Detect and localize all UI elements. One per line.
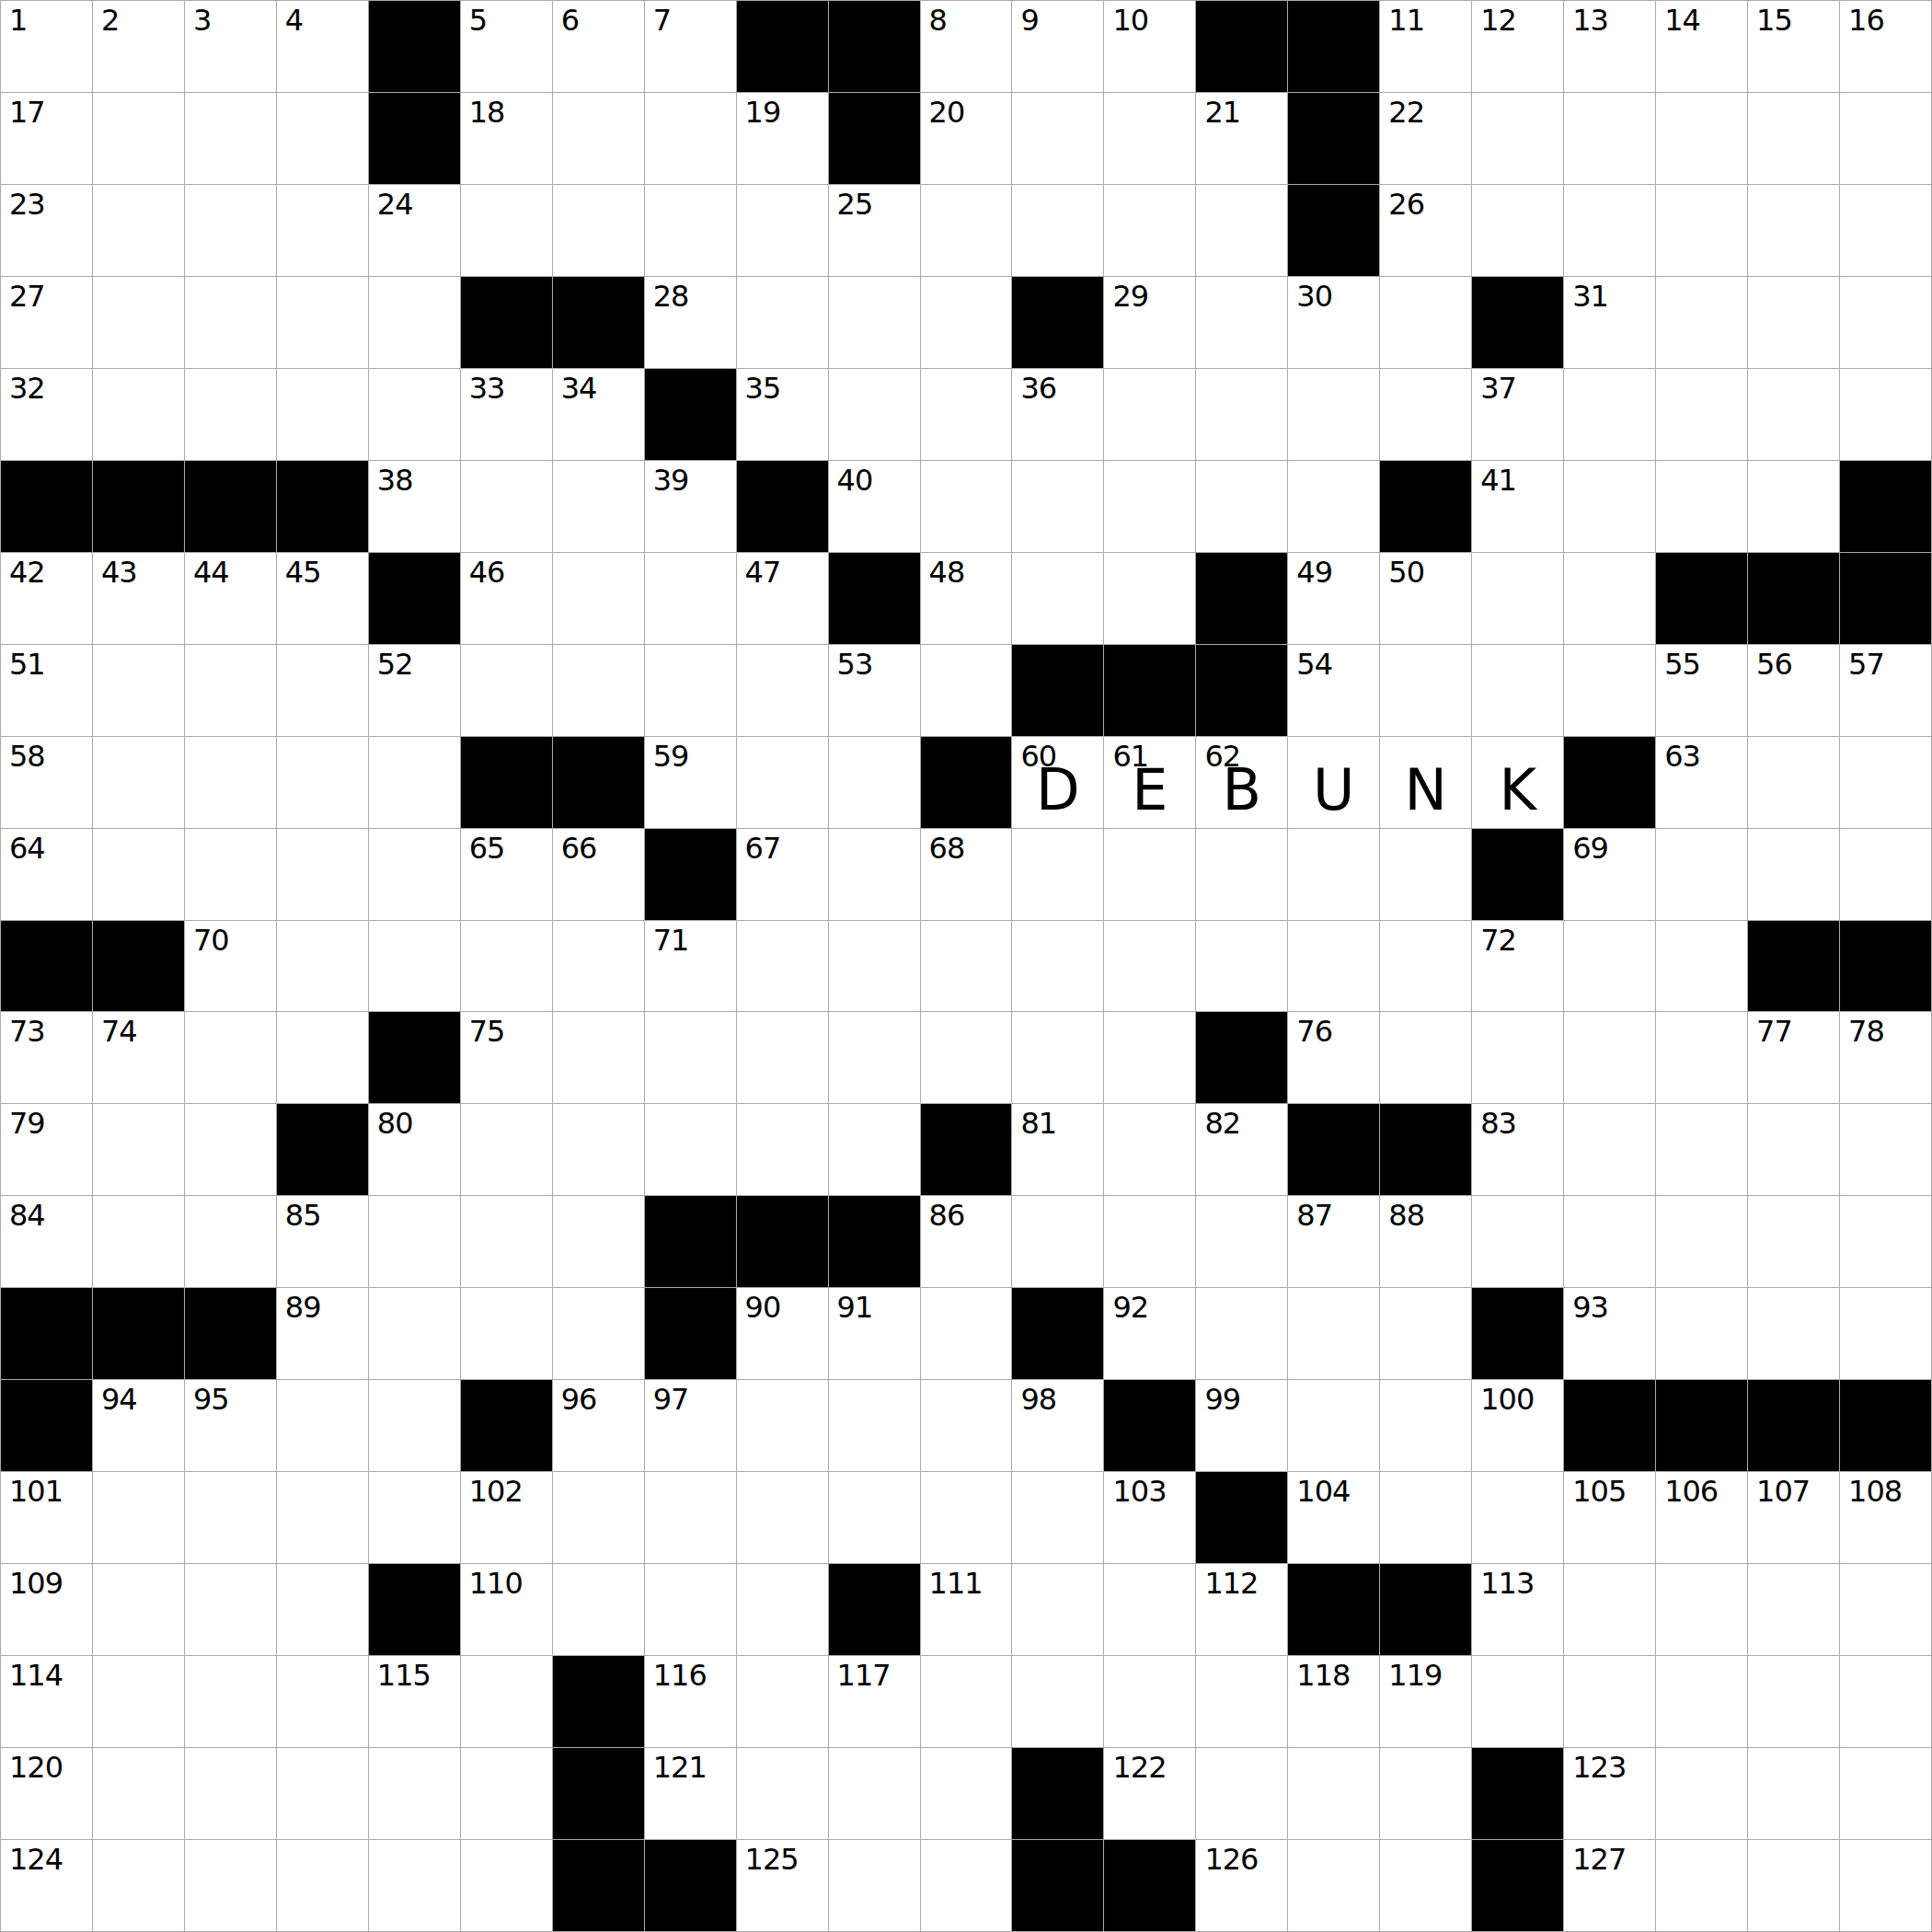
white-cell[interactable] <box>1104 829 1196 921</box>
white-cell[interactable]: 16 <box>1840 1 1932 93</box>
white-cell[interactable]: 118 <box>1288 1656 1380 1748</box>
white-cell[interactable] <box>553 1288 645 1380</box>
white-cell[interactable] <box>1748 1656 1840 1748</box>
white-cell[interactable] <box>1564 553 1656 645</box>
white-cell[interactable]: 13 <box>1564 1 1656 93</box>
white-cell[interactable]: 78 <box>1840 1012 1932 1104</box>
white-cell[interactable] <box>1196 829 1288 921</box>
white-cell[interactable] <box>553 1472 645 1564</box>
white-cell[interactable]: 66 <box>553 829 645 921</box>
white-cell[interactable] <box>1564 1196 1656 1288</box>
white-cell[interactable] <box>921 1748 1013 1840</box>
white-cell[interactable] <box>93 1656 185 1748</box>
white-cell[interactable] <box>1656 1656 1748 1748</box>
white-cell[interactable]: U <box>1288 737 1380 829</box>
white-cell[interactable] <box>921 645 1013 737</box>
white-cell[interactable]: N <box>1380 737 1472 829</box>
white-cell[interactable]: 82 <box>1196 1104 1288 1196</box>
white-cell[interactable]: 97 <box>645 1380 737 1472</box>
white-cell[interactable]: 41 <box>1472 461 1564 553</box>
white-cell[interactable] <box>921 1840 1013 1932</box>
white-cell[interactable]: 100 <box>1472 1380 1564 1472</box>
white-cell[interactable]: 55 <box>1656 645 1748 737</box>
white-cell[interactable]: 121 <box>645 1748 737 1840</box>
white-cell[interactable] <box>93 369 185 461</box>
white-cell[interactable]: 7 <box>645 1 737 93</box>
white-cell[interactable] <box>1380 1472 1472 1564</box>
white-cell[interactable]: 111 <box>921 1564 1013 1656</box>
white-cell[interactable]: 19 <box>737 93 829 185</box>
white-cell[interactable] <box>1380 645 1472 737</box>
white-cell[interactable]: 8 <box>921 1 1013 93</box>
white-cell[interactable] <box>645 553 737 645</box>
white-cell[interactable] <box>1380 1748 1472 1840</box>
white-cell[interactable] <box>185 1656 277 1748</box>
white-cell[interactable]: 104 <box>1288 1472 1380 1564</box>
white-cell[interactable]: 17 <box>1 93 93 185</box>
white-cell[interactable] <box>553 921 645 1013</box>
white-cell[interactable] <box>1380 369 1472 461</box>
white-cell[interactable] <box>185 93 277 185</box>
white-cell[interactable]: 39 <box>645 461 737 553</box>
white-cell[interactable] <box>737 1380 829 1472</box>
white-cell[interactable] <box>1840 277 1932 369</box>
white-cell[interactable] <box>553 1104 645 1196</box>
white-cell[interactable] <box>277 369 369 461</box>
white-cell[interactable] <box>1012 1656 1104 1748</box>
white-cell[interactable] <box>553 1564 645 1656</box>
white-cell[interactable] <box>1288 369 1380 461</box>
white-cell[interactable]: 10 <box>1104 1 1196 93</box>
white-cell[interactable] <box>277 645 369 737</box>
white-cell[interactable] <box>1656 93 1748 185</box>
white-cell[interactable] <box>277 1656 369 1748</box>
white-cell[interactable] <box>93 1472 185 1564</box>
white-cell[interactable]: 96 <box>553 1380 645 1472</box>
white-cell[interactable] <box>461 461 553 553</box>
white-cell[interactable] <box>921 369 1013 461</box>
white-cell[interactable]: 21 <box>1196 93 1288 185</box>
white-cell[interactable] <box>1656 369 1748 461</box>
white-cell[interactable] <box>921 921 1013 1013</box>
white-cell[interactable] <box>1748 1288 1840 1380</box>
white-cell[interactable] <box>829 1748 921 1840</box>
white-cell[interactable] <box>185 277 277 369</box>
white-cell[interactable]: 108 <box>1840 1472 1932 1564</box>
white-cell[interactable]: 112 <box>1196 1564 1288 1656</box>
white-cell[interactable]: 126 <box>1196 1840 1288 1932</box>
white-cell[interactable] <box>1656 1748 1748 1840</box>
white-cell[interactable]: 15 <box>1748 1 1840 93</box>
white-cell[interactable] <box>1012 1196 1104 1288</box>
white-cell[interactable] <box>277 1564 369 1656</box>
white-cell[interactable] <box>1380 921 1472 1013</box>
white-cell[interactable] <box>93 645 185 737</box>
white-cell[interactable] <box>1564 93 1656 185</box>
white-cell[interactable] <box>185 1472 277 1564</box>
white-cell[interactable] <box>645 1012 737 1104</box>
white-cell[interactable] <box>1288 1748 1380 1840</box>
white-cell[interactable]: 77 <box>1748 1012 1840 1104</box>
white-cell[interactable]: 94 <box>93 1380 185 1472</box>
white-cell[interactable]: 47 <box>737 553 829 645</box>
white-cell[interactable]: 98 <box>1012 1380 1104 1472</box>
white-cell[interactable] <box>461 1288 553 1380</box>
white-cell[interactable] <box>737 1656 829 1748</box>
white-cell[interactable] <box>1472 1656 1564 1748</box>
white-cell[interactable] <box>1104 921 1196 1013</box>
white-cell[interactable] <box>93 93 185 185</box>
white-cell[interactable] <box>1196 1288 1288 1380</box>
white-cell[interactable]: 57 <box>1840 645 1932 737</box>
white-cell[interactable]: 34 <box>553 369 645 461</box>
white-cell[interactable]: 20 <box>921 93 1013 185</box>
white-cell[interactable] <box>1656 1012 1748 1104</box>
white-cell[interactable]: 53 <box>829 645 921 737</box>
white-cell[interactable] <box>645 1564 737 1656</box>
white-cell[interactable] <box>829 1840 921 1932</box>
white-cell[interactable]: 95 <box>185 1380 277 1472</box>
white-cell[interactable] <box>829 369 921 461</box>
white-cell[interactable]: 73 <box>1 1012 93 1104</box>
white-cell[interactable] <box>1840 1656 1932 1748</box>
white-cell[interactable] <box>829 1012 921 1104</box>
white-cell[interactable] <box>1840 1564 1932 1656</box>
white-cell[interactable] <box>1840 1748 1932 1840</box>
white-cell[interactable] <box>185 1840 277 1932</box>
white-cell[interactable] <box>1656 1288 1748 1380</box>
white-cell[interactable] <box>1840 1196 1932 1288</box>
white-cell[interactable] <box>277 829 369 921</box>
white-cell[interactable]: 37 <box>1472 369 1564 461</box>
white-cell[interactable] <box>93 1104 185 1196</box>
white-cell[interactable]: 18 <box>461 93 553 185</box>
white-cell[interactable] <box>1748 1564 1840 1656</box>
white-cell[interactable]: 61E <box>1104 737 1196 829</box>
white-cell[interactable] <box>1196 277 1288 369</box>
white-cell[interactable]: 11 <box>1380 1 1472 93</box>
white-cell[interactable] <box>737 1564 829 1656</box>
white-cell[interactable] <box>1748 461 1840 553</box>
white-cell[interactable] <box>737 737 829 829</box>
white-cell[interactable]: 87 <box>1288 1196 1380 1288</box>
white-cell[interactable]: 12 <box>1472 1 1564 93</box>
white-cell[interactable]: 75 <box>461 1012 553 1104</box>
white-cell[interactable] <box>1472 185 1564 277</box>
white-cell[interactable] <box>921 277 1013 369</box>
white-cell[interactable] <box>553 553 645 645</box>
white-cell[interactable] <box>1012 1472 1104 1564</box>
white-cell[interactable] <box>1472 1012 1564 1104</box>
white-cell[interactable] <box>921 1380 1013 1472</box>
white-cell[interactable]: 48 <box>921 553 1013 645</box>
white-cell[interactable] <box>1196 185 1288 277</box>
white-cell[interactable]: 52 <box>369 645 461 737</box>
white-cell[interactable] <box>93 185 185 277</box>
white-cell[interactable] <box>829 1104 921 1196</box>
white-cell[interactable] <box>93 829 185 921</box>
white-cell[interactable]: 46 <box>461 553 553 645</box>
white-cell[interactable]: 35 <box>737 369 829 461</box>
white-cell[interactable] <box>461 1840 553 1932</box>
white-cell[interactable] <box>93 1564 185 1656</box>
white-cell[interactable]: 6 <box>553 1 645 93</box>
white-cell[interactable] <box>1288 921 1380 1013</box>
white-cell[interactable] <box>1748 369 1840 461</box>
white-cell[interactable] <box>1748 737 1840 829</box>
white-cell[interactable] <box>185 1196 277 1288</box>
white-cell[interactable] <box>737 1012 829 1104</box>
white-cell[interactable] <box>185 645 277 737</box>
white-cell[interactable] <box>461 921 553 1013</box>
white-cell[interactable]: 68 <box>921 829 1013 921</box>
white-cell[interactable] <box>185 1012 277 1104</box>
white-cell[interactable] <box>1012 1564 1104 1656</box>
white-cell[interactable]: 115 <box>369 1656 461 1748</box>
white-cell[interactable]: 76 <box>1288 1012 1380 1104</box>
white-cell[interactable] <box>369 369 461 461</box>
white-cell[interactable] <box>1288 461 1380 553</box>
white-cell[interactable]: 64 <box>1 829 93 921</box>
white-cell[interactable]: 67 <box>737 829 829 921</box>
white-cell[interactable] <box>921 461 1013 553</box>
white-cell[interactable]: 106 <box>1656 1472 1748 1564</box>
white-cell[interactable]: 93 <box>1564 1288 1656 1380</box>
white-cell[interactable]: 123 <box>1564 1748 1656 1840</box>
white-cell[interactable]: 74 <box>93 1012 185 1104</box>
white-cell[interactable] <box>1656 1104 1748 1196</box>
white-cell[interactable]: 79 <box>1 1104 93 1196</box>
white-cell[interactable] <box>277 93 369 185</box>
white-cell[interactable] <box>1012 1012 1104 1104</box>
white-cell[interactable]: 33 <box>461 369 553 461</box>
white-cell[interactable]: 109 <box>1 1564 93 1656</box>
white-cell[interactable] <box>1656 829 1748 921</box>
white-cell[interactable] <box>1196 461 1288 553</box>
white-cell[interactable] <box>369 737 461 829</box>
white-cell[interactable] <box>645 1472 737 1564</box>
white-cell[interactable]: 72 <box>1472 921 1564 1013</box>
white-cell[interactable]: 117 <box>829 1656 921 1748</box>
white-cell[interactable]: 49 <box>1288 553 1380 645</box>
white-cell[interactable]: 56 <box>1748 645 1840 737</box>
white-cell[interactable] <box>93 277 185 369</box>
white-cell[interactable]: 91 <box>829 1288 921 1380</box>
white-cell[interactable] <box>1472 93 1564 185</box>
white-cell[interactable] <box>369 277 461 369</box>
white-cell[interactable]: 103 <box>1104 1472 1196 1564</box>
white-cell[interactable] <box>277 1472 369 1564</box>
white-cell[interactable]: 38 <box>369 461 461 553</box>
white-cell[interactable]: 124 <box>1 1840 93 1932</box>
white-cell[interactable]: 107 <box>1748 1472 1840 1564</box>
white-cell[interactable] <box>645 185 737 277</box>
white-cell[interactable]: 84 <box>1 1196 93 1288</box>
white-cell[interactable] <box>921 1012 1013 1104</box>
white-cell[interactable]: 105 <box>1564 1472 1656 1564</box>
white-cell[interactable] <box>737 645 829 737</box>
white-cell[interactable] <box>185 829 277 921</box>
white-cell[interactable] <box>645 1104 737 1196</box>
white-cell[interactable] <box>1012 829 1104 921</box>
white-cell[interactable] <box>1564 645 1656 737</box>
white-cell[interactable]: 127 <box>1564 1840 1656 1932</box>
white-cell[interactable]: 70 <box>185 921 277 1013</box>
white-cell[interactable]: 59 <box>645 737 737 829</box>
white-cell[interactable]: 80 <box>369 1104 461 1196</box>
white-cell[interactable]: 86 <box>921 1196 1013 1288</box>
white-cell[interactable] <box>1564 1564 1656 1656</box>
white-cell[interactable]: 36 <box>1012 369 1104 461</box>
white-cell[interactable] <box>1564 1012 1656 1104</box>
white-cell[interactable]: 28 <box>645 277 737 369</box>
white-cell[interactable]: 3 <box>185 1 277 93</box>
white-cell[interactable] <box>1656 277 1748 369</box>
white-cell[interactable]: 102 <box>461 1472 553 1564</box>
white-cell[interactable] <box>1380 277 1472 369</box>
white-cell[interactable] <box>1472 1472 1564 1564</box>
white-cell[interactable]: 88 <box>1380 1196 1472 1288</box>
white-cell[interactable] <box>921 1288 1013 1380</box>
white-cell[interactable]: 125 <box>737 1840 829 1932</box>
white-cell[interactable]: 50 <box>1380 553 1472 645</box>
white-cell[interactable]: 32 <box>1 369 93 461</box>
white-cell[interactable] <box>1104 93 1196 185</box>
white-cell[interactable] <box>1104 185 1196 277</box>
white-cell[interactable] <box>1196 1748 1288 1840</box>
white-cell[interactable]: 2 <box>93 1 185 93</box>
white-cell[interactable] <box>737 1748 829 1840</box>
white-cell[interactable]: 58 <box>1 737 93 829</box>
white-cell[interactable] <box>829 277 921 369</box>
white-cell[interactable] <box>277 1012 369 1104</box>
white-cell[interactable] <box>1748 277 1840 369</box>
white-cell[interactable] <box>1380 1380 1472 1472</box>
white-cell[interactable] <box>185 185 277 277</box>
white-cell[interactable] <box>1840 369 1932 461</box>
white-cell[interactable]: 51 <box>1 645 93 737</box>
white-cell[interactable] <box>93 1196 185 1288</box>
white-cell[interactable]: 45 <box>277 553 369 645</box>
white-cell[interactable] <box>553 1012 645 1104</box>
white-cell[interactable] <box>1840 185 1932 277</box>
white-cell[interactable] <box>737 1104 829 1196</box>
white-cell[interactable] <box>1288 1288 1380 1380</box>
white-cell[interactable] <box>277 1748 369 1840</box>
white-cell[interactable] <box>1196 1656 1288 1748</box>
white-cell[interactable] <box>277 1380 369 1472</box>
white-cell[interactable] <box>1748 829 1840 921</box>
white-cell[interactable] <box>1656 1840 1748 1932</box>
white-cell[interactable]: 54 <box>1288 645 1380 737</box>
white-cell[interactable] <box>1748 1748 1840 1840</box>
white-cell[interactable] <box>461 185 553 277</box>
white-cell[interactable]: 69 <box>1564 829 1656 921</box>
white-cell[interactable] <box>1748 1196 1840 1288</box>
white-cell[interactable] <box>553 645 645 737</box>
white-cell[interactable] <box>1104 1656 1196 1748</box>
white-cell[interactable]: 81 <box>1012 1104 1104 1196</box>
white-cell[interactable] <box>1840 1104 1932 1196</box>
white-cell[interactable] <box>277 737 369 829</box>
white-cell[interactable] <box>369 1196 461 1288</box>
white-cell[interactable]: 65 <box>461 829 553 921</box>
white-cell[interactable]: 23 <box>1 185 93 277</box>
white-cell[interactable]: 42 <box>1 553 93 645</box>
white-cell[interactable] <box>369 1472 461 1564</box>
white-cell[interactable] <box>1564 461 1656 553</box>
white-cell[interactable] <box>1840 737 1932 829</box>
white-cell[interactable]: 60D <box>1012 737 1104 829</box>
white-cell[interactable]: 1 <box>1 1 93 93</box>
white-cell[interactable] <box>1748 93 1840 185</box>
white-cell[interactable] <box>553 185 645 277</box>
white-cell[interactable] <box>1288 1380 1380 1472</box>
white-cell[interactable] <box>737 1472 829 1564</box>
white-cell[interactable]: 22 <box>1380 93 1472 185</box>
white-cell[interactable]: 89 <box>277 1288 369 1380</box>
white-cell[interactable] <box>277 277 369 369</box>
white-cell[interactable] <box>1104 369 1196 461</box>
white-cell[interactable]: 85 <box>277 1196 369 1288</box>
white-cell[interactable]: 44 <box>185 553 277 645</box>
white-cell[interactable]: 116 <box>645 1656 737 1748</box>
white-cell[interactable] <box>645 645 737 737</box>
white-cell[interactable] <box>1196 921 1288 1013</box>
white-cell[interactable] <box>461 1656 553 1748</box>
white-cell[interactable] <box>737 185 829 277</box>
white-cell[interactable] <box>1564 1104 1656 1196</box>
white-cell[interactable]: 101 <box>1 1472 93 1564</box>
white-cell[interactable]: 25 <box>829 185 921 277</box>
white-cell[interactable] <box>921 1472 1013 1564</box>
white-cell[interactable]: 92 <box>1104 1288 1196 1380</box>
white-cell[interactable]: 120 <box>1 1748 93 1840</box>
white-cell[interactable]: 110 <box>461 1564 553 1656</box>
white-cell[interactable]: 24 <box>369 185 461 277</box>
white-cell[interactable] <box>737 277 829 369</box>
white-cell[interactable] <box>1380 1840 1472 1932</box>
white-cell[interactable] <box>1012 93 1104 185</box>
white-cell[interactable] <box>461 1196 553 1288</box>
white-cell[interactable] <box>185 737 277 829</box>
white-cell[interactable] <box>921 185 1013 277</box>
white-cell[interactable] <box>1840 93 1932 185</box>
white-cell[interactable]: 71 <box>645 921 737 1013</box>
white-cell[interactable] <box>369 1840 461 1932</box>
white-cell[interactable] <box>829 1472 921 1564</box>
white-cell[interactable] <box>1012 461 1104 553</box>
white-cell[interactable] <box>1012 185 1104 277</box>
white-cell[interactable] <box>553 461 645 553</box>
white-cell[interactable] <box>185 1104 277 1196</box>
white-cell[interactable] <box>1380 1288 1472 1380</box>
white-cell[interactable]: K <box>1472 737 1564 829</box>
white-cell[interactable] <box>1656 1564 1748 1656</box>
white-cell[interactable]: 99 <box>1196 1380 1288 1472</box>
white-cell[interactable] <box>185 369 277 461</box>
white-cell[interactable] <box>1196 1196 1288 1288</box>
white-cell[interactable] <box>369 829 461 921</box>
white-cell[interactable] <box>645 93 737 185</box>
white-cell[interactable] <box>1656 461 1748 553</box>
white-cell[interactable] <box>1840 1840 1932 1932</box>
white-cell[interactable]: 83 <box>1472 1104 1564 1196</box>
white-cell[interactable]: 90 <box>737 1288 829 1380</box>
white-cell[interactable] <box>1104 1104 1196 1196</box>
white-cell[interactable] <box>1656 921 1748 1013</box>
white-cell[interactable]: 30 <box>1288 277 1380 369</box>
